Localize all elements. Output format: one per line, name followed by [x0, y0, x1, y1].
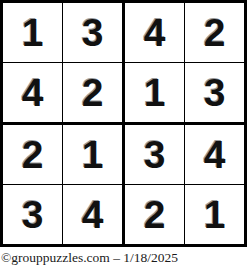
cell-r1c4: 2	[185, 3, 244, 63]
cell-digit: 3	[144, 135, 166, 174]
cell-digit: 4	[144, 13, 166, 52]
cell-r2c2: 2	[63, 63, 125, 125]
cell-r4c3: 2	[125, 185, 185, 244]
cell-digit: 1	[204, 195, 226, 234]
footer-credit: ©grouppuzzles.com – 1/18/2025	[0, 247, 247, 269]
cell-r3c4: 4	[185, 125, 244, 185]
cell-digit: 2	[144, 195, 166, 234]
cell-digit: 4	[204, 135, 226, 174]
cell-r1c2: 3	[63, 3, 125, 63]
sudoku-board: 1342421321343421	[0, 0, 247, 247]
cell-r4c4: 1	[185, 185, 244, 244]
cell-r3c2: 1	[63, 125, 125, 185]
cell-digit: 1	[82, 135, 104, 174]
cell-r2c3: 1	[125, 63, 185, 125]
cell-r4c1: 3	[3, 185, 63, 244]
cell-r2c4: 3	[185, 63, 244, 125]
cell-digit: 3	[22, 195, 44, 234]
cell-r1c1: 1	[3, 3, 63, 63]
cell-digit: 4	[82, 195, 104, 234]
cell-r4c2: 4	[63, 185, 125, 244]
cell-r3c1: 2	[3, 125, 63, 185]
cell-digit: 1	[22, 13, 44, 52]
cell-digit: 3	[204, 73, 226, 112]
cell-r1c3: 4	[125, 3, 185, 63]
cell-digit: 2	[204, 13, 226, 52]
cell-r3c3: 3	[125, 125, 185, 185]
cell-r2c1: 4	[3, 63, 63, 125]
cell-digit: 2	[82, 73, 104, 112]
cell-digit: 4	[22, 73, 44, 112]
cell-digit: 1	[144, 73, 166, 112]
cell-digit: 3	[82, 13, 104, 52]
cell-digit: 2	[22, 135, 44, 174]
